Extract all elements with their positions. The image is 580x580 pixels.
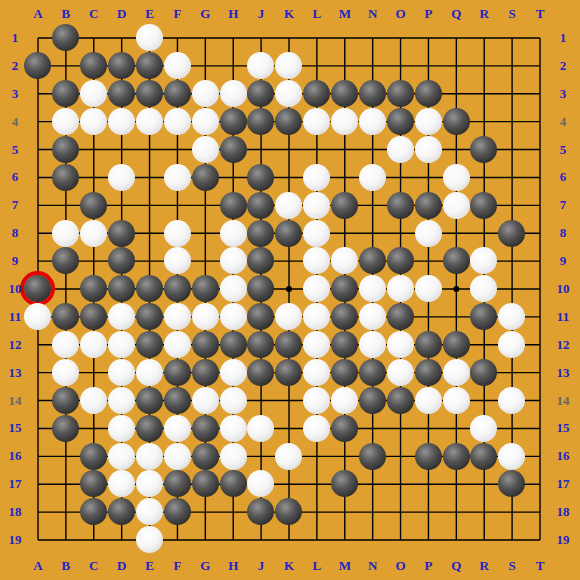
intersection-Q1[interactable] [442, 24, 470, 52]
intersection-M12[interactable] [331, 331, 359, 359]
intersection-G4[interactable] [191, 108, 219, 136]
intersection-Q14[interactable] [442, 386, 470, 414]
intersection-E6[interactable] [136, 163, 164, 191]
intersection-C19[interactable] [80, 526, 108, 554]
intersection-F1[interactable] [163, 24, 191, 52]
intersection-O16[interactable] [386, 442, 414, 470]
intersection-O4[interactable] [386, 108, 414, 136]
intersection-K8[interactable] [275, 219, 303, 247]
intersection-E18[interactable] [136, 498, 164, 526]
intersection-S7[interactable] [498, 191, 526, 219]
intersection-J10[interactable] [247, 275, 275, 303]
intersection-P4[interactable] [414, 108, 442, 136]
intersection-R17[interactable] [470, 470, 498, 498]
intersection-G7[interactable] [191, 191, 219, 219]
intersection-D11[interactable] [108, 303, 136, 331]
intersection-Q17[interactable] [442, 470, 470, 498]
intersection-L4[interactable] [303, 108, 331, 136]
intersection-G19[interactable] [191, 526, 219, 554]
intersection-C3[interactable] [80, 80, 108, 108]
intersection-N19[interactable] [359, 526, 387, 554]
intersection-O1[interactable] [386, 24, 414, 52]
intersection-G1[interactable] [191, 24, 219, 52]
intersection-N3[interactable] [359, 80, 387, 108]
intersection-S12[interactable] [498, 331, 526, 359]
intersection-G8[interactable] [191, 219, 219, 247]
intersection-J18[interactable] [247, 498, 275, 526]
intersection-K7[interactable] [275, 191, 303, 219]
intersection-L19[interactable] [303, 526, 331, 554]
intersection-E1[interactable] [136, 24, 164, 52]
intersection-D3[interactable] [108, 80, 136, 108]
intersection-O14[interactable] [386, 386, 414, 414]
intersection-H12[interactable] [219, 331, 247, 359]
intersection-C10[interactable] [80, 275, 108, 303]
intersection-L18[interactable] [303, 498, 331, 526]
intersection-N8[interactable] [359, 219, 387, 247]
intersection-K11[interactable] [275, 303, 303, 331]
intersection-H15[interactable] [219, 414, 247, 442]
intersection-H10[interactable] [219, 275, 247, 303]
intersection-M10[interactable] [331, 275, 359, 303]
intersection-F17[interactable] [163, 470, 191, 498]
intersection-J16[interactable] [247, 442, 275, 470]
intersection-S1[interactable] [498, 24, 526, 52]
intersection-O5[interactable] [386, 136, 414, 164]
intersection-L11[interactable] [303, 303, 331, 331]
intersection-S8[interactable] [498, 219, 526, 247]
intersection-N14[interactable] [359, 386, 387, 414]
intersection-F11[interactable] [163, 303, 191, 331]
intersection-L17[interactable] [303, 470, 331, 498]
intersection-J7[interactable] [247, 191, 275, 219]
intersection-O18[interactable] [386, 498, 414, 526]
intersection-C1[interactable] [80, 24, 108, 52]
intersection-S10[interactable] [498, 275, 526, 303]
intersection-F19[interactable] [163, 526, 191, 554]
intersection-B11[interactable] [52, 303, 80, 331]
intersection-O11[interactable] [386, 303, 414, 331]
intersection-H17[interactable] [219, 470, 247, 498]
intersection-E17[interactable] [136, 470, 164, 498]
intersection-K18[interactable] [275, 498, 303, 526]
intersection-H13[interactable] [219, 359, 247, 387]
intersection-G9[interactable] [191, 247, 219, 275]
intersection-D7[interactable] [108, 191, 136, 219]
intersection-R5[interactable] [470, 136, 498, 164]
intersection-R4[interactable] [470, 108, 498, 136]
intersection-C18[interactable] [80, 498, 108, 526]
intersection-K14[interactable] [275, 386, 303, 414]
intersection-J1[interactable] [247, 24, 275, 52]
intersection-Q3[interactable] [442, 80, 470, 108]
intersection-E11[interactable] [136, 303, 164, 331]
intersection-R8[interactable] [470, 219, 498, 247]
intersection-H3[interactable] [219, 80, 247, 108]
intersection-G16[interactable] [191, 442, 219, 470]
intersection-R18[interactable] [470, 498, 498, 526]
intersection-H11[interactable] [219, 303, 247, 331]
intersection-N4[interactable] [359, 108, 387, 136]
intersection-R7[interactable] [470, 191, 498, 219]
intersection-J15[interactable] [247, 414, 275, 442]
intersection-E16[interactable] [136, 442, 164, 470]
intersection-E10[interactable] [136, 275, 164, 303]
intersection-C15[interactable] [80, 414, 108, 442]
intersection-N6[interactable] [359, 163, 387, 191]
intersection-E5[interactable] [136, 136, 164, 164]
intersection-P5[interactable] [414, 136, 442, 164]
intersection-E8[interactable] [136, 219, 164, 247]
intersection-C4[interactable] [80, 108, 108, 136]
intersection-K2[interactable] [275, 52, 303, 80]
intersection-J4[interactable] [247, 108, 275, 136]
intersection-O12[interactable] [386, 331, 414, 359]
intersection-O7[interactable] [386, 191, 414, 219]
intersection-G14[interactable] [191, 386, 219, 414]
intersection-H16[interactable] [219, 442, 247, 470]
intersection-M11[interactable] [331, 303, 359, 331]
intersection-B13[interactable] [52, 359, 80, 387]
intersection-P19[interactable] [414, 526, 442, 554]
intersection-K17[interactable] [275, 470, 303, 498]
intersection-G13[interactable] [191, 359, 219, 387]
intersection-E15[interactable] [136, 414, 164, 442]
intersection-E4[interactable] [136, 108, 164, 136]
intersection-L16[interactable] [303, 442, 331, 470]
intersection-N10[interactable] [359, 275, 387, 303]
intersection-H8[interactable] [219, 219, 247, 247]
intersection-F12[interactable] [163, 331, 191, 359]
intersection-B6[interactable] [52, 163, 80, 191]
intersection-L15[interactable] [303, 414, 331, 442]
intersection-B15[interactable] [52, 414, 80, 442]
intersection-S17[interactable] [498, 470, 526, 498]
intersection-F8[interactable] [163, 219, 191, 247]
intersection-B3[interactable] [52, 80, 80, 108]
intersection-M7[interactable] [331, 191, 359, 219]
intersection-M4[interactable] [331, 108, 359, 136]
intersection-K15[interactable] [275, 414, 303, 442]
intersection-Q12[interactable] [442, 331, 470, 359]
intersection-G5[interactable] [191, 136, 219, 164]
intersection-Q10[interactable] [442, 275, 470, 303]
intersection-K4[interactable] [275, 108, 303, 136]
intersection-J14[interactable] [247, 386, 275, 414]
intersection-P2[interactable] [414, 52, 442, 80]
intersection-F9[interactable] [163, 247, 191, 275]
intersection-E7[interactable] [136, 191, 164, 219]
intersection-M1[interactable] [331, 24, 359, 52]
intersection-L5[interactable] [303, 136, 331, 164]
intersection-H2[interactable] [219, 52, 247, 80]
intersection-G11[interactable] [191, 303, 219, 331]
intersection-B1[interactable] [52, 24, 80, 52]
intersection-N15[interactable] [359, 414, 387, 442]
intersection-J13[interactable] [247, 359, 275, 387]
intersection-Q2[interactable] [442, 52, 470, 80]
intersection-L1[interactable] [303, 24, 331, 52]
intersection-L12[interactable] [303, 331, 331, 359]
intersection-C12[interactable] [80, 331, 108, 359]
intersection-R3[interactable] [470, 80, 498, 108]
intersection-C11[interactable] [80, 303, 108, 331]
intersection-G15[interactable] [191, 414, 219, 442]
intersection-B2[interactable] [52, 52, 80, 80]
intersection-F15[interactable] [163, 414, 191, 442]
intersection-Q19[interactable] [442, 526, 470, 554]
intersection-G3[interactable] [191, 80, 219, 108]
intersection-F2[interactable] [163, 52, 191, 80]
intersection-H18[interactable] [219, 498, 247, 526]
intersection-M15[interactable] [331, 414, 359, 442]
intersection-Q16[interactable] [442, 442, 470, 470]
intersection-P12[interactable] [414, 331, 442, 359]
intersection-J8[interactable] [247, 219, 275, 247]
intersection-M2[interactable] [331, 52, 359, 80]
intersection-G18[interactable] [191, 498, 219, 526]
intersection-B9[interactable] [52, 247, 80, 275]
intersection-Q18[interactable] [442, 498, 470, 526]
intersection-L8[interactable] [303, 219, 331, 247]
intersection-K1[interactable] [275, 24, 303, 52]
intersection-F16[interactable] [163, 442, 191, 470]
intersection-M3[interactable] [331, 80, 359, 108]
intersection-S3[interactable] [498, 80, 526, 108]
intersection-F4[interactable] [163, 108, 191, 136]
intersection-N5[interactable] [359, 136, 387, 164]
intersection-S13[interactable] [498, 359, 526, 387]
intersection-M6[interactable] [331, 163, 359, 191]
intersection-B19[interactable] [52, 526, 80, 554]
intersection-J3[interactable] [247, 80, 275, 108]
intersection-N2[interactable] [359, 52, 387, 80]
intersection-J6[interactable] [247, 163, 275, 191]
intersection-N1[interactable] [359, 24, 387, 52]
intersection-Q11[interactable] [442, 303, 470, 331]
intersection-Q13[interactable] [442, 359, 470, 387]
intersection-P9[interactable] [414, 247, 442, 275]
intersection-D9[interactable] [108, 247, 136, 275]
intersection-H5[interactable] [219, 136, 247, 164]
intersection-K6[interactable] [275, 163, 303, 191]
intersection-R2[interactable] [470, 52, 498, 80]
intersection-P14[interactable] [414, 386, 442, 414]
intersection-D17[interactable] [108, 470, 136, 498]
intersection-S18[interactable] [498, 498, 526, 526]
intersection-O8[interactable] [386, 219, 414, 247]
intersection-P18[interactable] [414, 498, 442, 526]
intersection-R10[interactable] [470, 275, 498, 303]
intersection-R12[interactable] [470, 331, 498, 359]
intersection-N9[interactable] [359, 247, 387, 275]
intersection-J12[interactable] [247, 331, 275, 359]
intersection-L13[interactable] [303, 359, 331, 387]
intersection-N16[interactable] [359, 442, 387, 470]
intersection-K10[interactable] [275, 275, 303, 303]
intersection-O9[interactable] [386, 247, 414, 275]
intersection-F6[interactable] [163, 163, 191, 191]
intersection-D15[interactable] [108, 414, 136, 442]
intersection-R9[interactable] [470, 247, 498, 275]
intersection-C13[interactable] [80, 359, 108, 387]
intersection-D6[interactable] [108, 163, 136, 191]
intersection-M8[interactable] [331, 219, 359, 247]
intersection-P1[interactable] [414, 24, 442, 52]
intersection-J19[interactable] [247, 526, 275, 554]
intersection-R1[interactable] [470, 24, 498, 52]
intersection-D16[interactable] [108, 442, 136, 470]
intersection-B7[interactable] [52, 191, 80, 219]
intersection-O2[interactable] [386, 52, 414, 80]
intersection-L2[interactable] [303, 52, 331, 80]
intersection-F7[interactable] [163, 191, 191, 219]
intersection-F3[interactable] [163, 80, 191, 108]
intersection-P3[interactable] [414, 80, 442, 108]
intersection-M9[interactable] [331, 247, 359, 275]
intersection-H9[interactable] [219, 247, 247, 275]
intersection-D4[interactable] [108, 108, 136, 136]
intersection-Q7[interactable] [442, 191, 470, 219]
intersection-H6[interactable] [219, 163, 247, 191]
intersection-N12[interactable] [359, 331, 387, 359]
intersection-B18[interactable] [52, 498, 80, 526]
intersection-E19[interactable] [136, 526, 164, 554]
intersection-C8[interactable] [80, 219, 108, 247]
intersection-S5[interactable] [498, 136, 526, 164]
intersection-G2[interactable] [191, 52, 219, 80]
intersection-P6[interactable] [414, 163, 442, 191]
intersection-K9[interactable] [275, 247, 303, 275]
intersection-B14[interactable] [52, 386, 80, 414]
intersection-Q5[interactable] [442, 136, 470, 164]
intersection-F5[interactable] [163, 136, 191, 164]
intersection-R14[interactable] [470, 386, 498, 414]
intersection-L3[interactable] [303, 80, 331, 108]
intersection-B4[interactable] [52, 108, 80, 136]
intersection-S11[interactable] [498, 303, 526, 331]
intersection-E9[interactable] [136, 247, 164, 275]
intersection-C16[interactable] [80, 442, 108, 470]
intersection-J9[interactable] [247, 247, 275, 275]
intersection-J2[interactable] [247, 52, 275, 80]
intersection-C2[interactable] [80, 52, 108, 80]
intersection-O10[interactable] [386, 275, 414, 303]
intersection-M16[interactable] [331, 442, 359, 470]
intersection-P17[interactable] [414, 470, 442, 498]
intersection-B10[interactable] [52, 275, 80, 303]
intersection-K5[interactable] [275, 136, 303, 164]
intersection-O3[interactable] [386, 80, 414, 108]
intersection-E13[interactable] [136, 359, 164, 387]
intersection-L10[interactable] [303, 275, 331, 303]
intersection-K3[interactable] [275, 80, 303, 108]
intersection-D1[interactable] [108, 24, 136, 52]
intersection-S6[interactable] [498, 163, 526, 191]
intersection-K13[interactable] [275, 359, 303, 387]
intersection-Q15[interactable] [442, 414, 470, 442]
intersection-E3[interactable] [136, 80, 164, 108]
intersection-H19[interactable] [219, 526, 247, 554]
intersection-G12[interactable] [191, 331, 219, 359]
intersection-D10[interactable] [108, 275, 136, 303]
intersection-K16[interactable] [275, 442, 303, 470]
intersection-R15[interactable] [470, 414, 498, 442]
intersection-D5[interactable] [108, 136, 136, 164]
intersection-B5[interactable] [52, 136, 80, 164]
intersection-G6[interactable] [191, 163, 219, 191]
intersection-N13[interactable] [359, 359, 387, 387]
intersection-R11[interactable] [470, 303, 498, 331]
intersection-S4[interactable] [498, 108, 526, 136]
intersection-J11[interactable] [247, 303, 275, 331]
intersection-O6[interactable] [386, 163, 414, 191]
intersection-O19[interactable] [386, 526, 414, 554]
intersection-M13[interactable] [331, 359, 359, 387]
intersection-H4[interactable] [219, 108, 247, 136]
intersection-E12[interactable] [136, 331, 164, 359]
intersection-C17[interactable] [80, 470, 108, 498]
intersection-C6[interactable] [80, 163, 108, 191]
intersection-D8[interactable] [108, 219, 136, 247]
intersection-R19[interactable] [470, 526, 498, 554]
intersection-E2[interactable] [136, 52, 164, 80]
intersection-D19[interactable] [108, 526, 136, 554]
intersection-O15[interactable] [386, 414, 414, 442]
intersection-P10[interactable] [414, 275, 442, 303]
intersection-H7[interactable] [219, 191, 247, 219]
intersection-R6[interactable] [470, 163, 498, 191]
intersection-K19[interactable] [275, 526, 303, 554]
intersection-O13[interactable] [386, 359, 414, 387]
intersection-F14[interactable] [163, 386, 191, 414]
intersection-S2[interactable] [498, 52, 526, 80]
intersection-L9[interactable] [303, 247, 331, 275]
intersection-G10[interactable] [191, 275, 219, 303]
intersection-D13[interactable] [108, 359, 136, 387]
intersection-F18[interactable] [163, 498, 191, 526]
intersection-S9[interactable] [498, 247, 526, 275]
intersection-G17[interactable] [191, 470, 219, 498]
intersection-N7[interactable] [359, 191, 387, 219]
intersection-L6[interactable] [303, 163, 331, 191]
intersection-M5[interactable] [331, 136, 359, 164]
intersection-M17[interactable] [331, 470, 359, 498]
intersection-D12[interactable] [108, 331, 136, 359]
intersection-S14[interactable] [498, 386, 526, 414]
intersection-B17[interactable] [52, 470, 80, 498]
intersection-N18[interactable] [359, 498, 387, 526]
intersection-H1[interactable] [219, 24, 247, 52]
intersection-P16[interactable] [414, 442, 442, 470]
intersection-B12[interactable] [52, 331, 80, 359]
intersection-L14[interactable] [303, 386, 331, 414]
intersection-R13[interactable] [470, 359, 498, 387]
intersection-P15[interactable] [414, 414, 442, 442]
intersection-F13[interactable] [163, 359, 191, 387]
intersection-F10[interactable] [163, 275, 191, 303]
intersection-J17[interactable] [247, 470, 275, 498]
intersection-P8[interactable] [414, 219, 442, 247]
intersection-S19[interactable] [498, 526, 526, 554]
intersection-B8[interactable] [52, 219, 80, 247]
intersection-Q9[interactable] [442, 247, 470, 275]
intersection-Q4[interactable] [442, 108, 470, 136]
intersection-D18[interactable] [108, 498, 136, 526]
intersection-H14[interactable] [219, 386, 247, 414]
intersection-J5[interactable] [247, 136, 275, 164]
intersection-C9[interactable] [80, 247, 108, 275]
